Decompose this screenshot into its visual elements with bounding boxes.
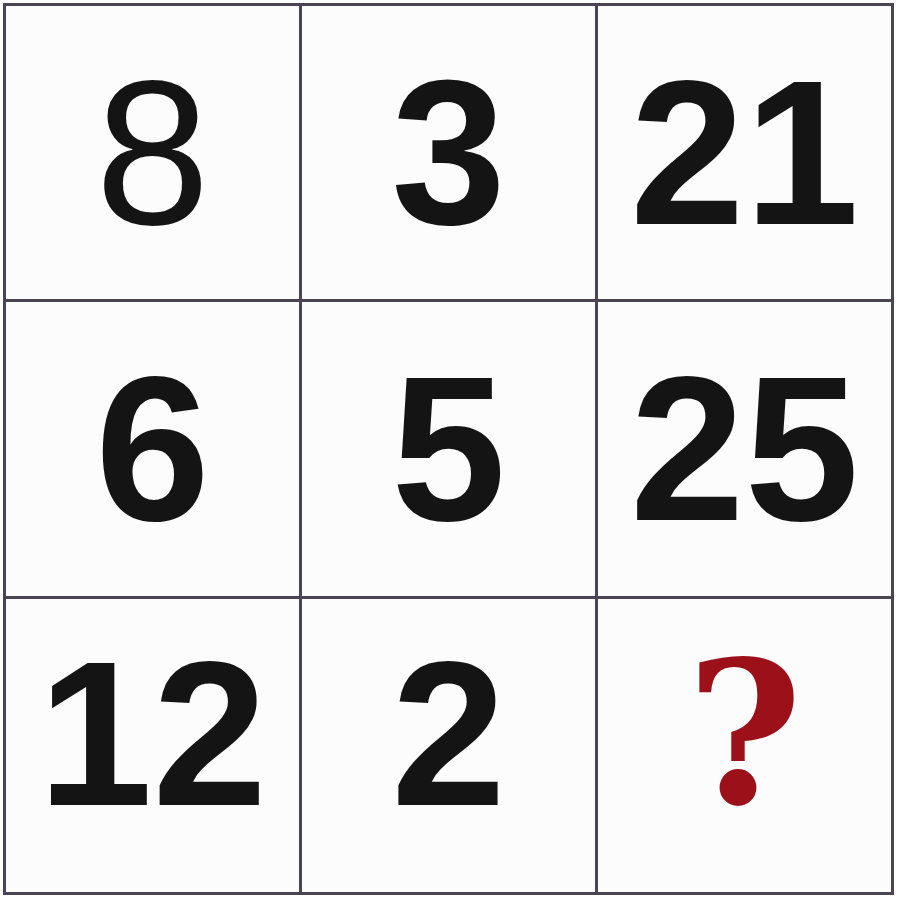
cell-r2c3: 25: [598, 302, 891, 595]
cell-r3c2: 2: [302, 599, 595, 892]
puzzle-grid: 8 3 21 6 5 25 12 2 ?: [3, 3, 894, 895]
cell-r3c1: 12: [6, 599, 299, 892]
cell-r1c1: 8: [6, 6, 299, 299]
cell-r1c3: 21: [598, 6, 891, 299]
cell-r1c2: 3: [302, 6, 595, 299]
cell-r3c3-unknown: ?: [598, 599, 891, 892]
cell-r2c1: 6: [6, 302, 299, 595]
cell-r2c2: 5: [302, 302, 595, 595]
